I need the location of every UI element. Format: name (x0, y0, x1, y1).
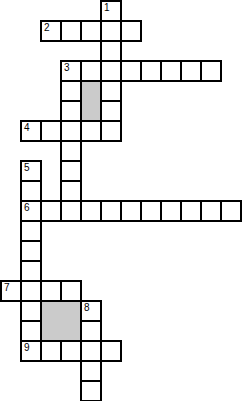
grid-cell[interactable] (100, 120, 122, 142)
grid-cell[interactable] (100, 20, 122, 42)
grid-cell[interactable] (20, 300, 42, 322)
grid-cell[interactable] (20, 280, 42, 302)
grid-cell[interactable] (200, 60, 222, 82)
grid-cell[interactable]: 6 (20, 200, 42, 222)
grid-cell[interactable] (140, 60, 162, 82)
grid-cell[interactable] (100, 100, 122, 122)
grid-cell[interactable] (200, 200, 222, 222)
clue-number: 3 (64, 62, 70, 73)
grid-cell[interactable] (20, 220, 42, 242)
grid-cell[interactable] (80, 200, 102, 222)
grid-cell[interactable] (40, 340, 62, 362)
crossword-board: 123456789 (0, 0, 242, 401)
clue-number: 2 (44, 22, 50, 33)
grid-cell[interactable] (160, 200, 182, 222)
clue-number: 7 (4, 282, 10, 293)
grid-cell[interactable] (60, 20, 82, 42)
grid-cell[interactable] (60, 80, 82, 102)
grid-cell[interactable] (80, 340, 102, 362)
grid-cell[interactable] (40, 280, 62, 302)
grid-cell[interactable] (40, 120, 62, 142)
grid-cell[interactable] (80, 60, 102, 82)
grid-cell[interactable] (80, 20, 102, 42)
grid-cell[interactable] (80, 380, 102, 401)
grid-cell[interactable] (60, 180, 82, 202)
clue-number: 1 (104, 2, 110, 13)
grid-cell[interactable] (100, 60, 122, 82)
grid-cell[interactable]: 7 (0, 280, 22, 302)
grid-cell[interactable] (80, 360, 102, 382)
grid-cell[interactable] (40, 200, 62, 222)
grid-cell[interactable]: 3 (60, 60, 82, 82)
grid-cell[interactable] (140, 200, 162, 222)
shaded-block (80, 80, 102, 122)
grid-cell[interactable] (60, 200, 82, 222)
grid-cell[interactable]: 9 (20, 340, 42, 362)
grid-cell[interactable]: 2 (40, 20, 62, 42)
grid-cell[interactable] (120, 60, 142, 82)
grid-cell[interactable] (60, 340, 82, 362)
grid-cell[interactable] (180, 200, 202, 222)
grid-cell[interactable] (60, 120, 82, 142)
grid-cell[interactable]: 8 (80, 300, 102, 322)
shaded-block (40, 300, 82, 342)
grid-cell[interactable] (60, 160, 82, 182)
grid-cell[interactable] (100, 40, 122, 62)
clue-number: 5 (24, 162, 30, 173)
grid-cell[interactable] (60, 100, 82, 122)
grid-cell[interactable] (80, 120, 102, 142)
grid-cell[interactable] (160, 60, 182, 82)
grid-cell[interactable] (60, 280, 82, 302)
grid-cell[interactable] (20, 320, 42, 342)
grid-cell[interactable] (60, 140, 82, 162)
grid-cell[interactable] (100, 80, 122, 102)
grid-cell[interactable] (20, 260, 42, 282)
clue-number: 6 (24, 202, 30, 213)
grid-cell[interactable]: 5 (20, 160, 42, 182)
grid-cell[interactable] (100, 340, 122, 362)
grid-cell[interactable]: 1 (100, 0, 122, 22)
grid-cell[interactable] (20, 240, 42, 262)
grid-cell[interactable]: 4 (20, 120, 42, 142)
grid-cell[interactable] (220, 200, 242, 222)
grid-cell[interactable] (120, 20, 142, 42)
clue-number: 4 (24, 122, 30, 133)
clue-number: 8 (84, 302, 90, 313)
clue-number: 9 (24, 342, 30, 353)
grid-cell[interactable] (20, 180, 42, 202)
grid-cell[interactable] (100, 200, 122, 222)
grid-cell[interactable] (120, 200, 142, 222)
grid-cell[interactable] (80, 320, 102, 342)
grid-cell[interactable] (180, 60, 202, 82)
